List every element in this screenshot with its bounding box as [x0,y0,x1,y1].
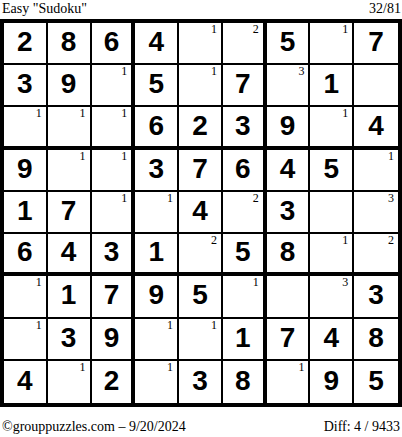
pencil-mark: 1 [36,319,42,332]
sudoku-cell[interactable]: 4 [354,107,398,149]
given-digit: 3 [104,238,120,266]
pencil-mark: 1 [36,276,42,289]
sudoku-cell[interactable]: 1 [4,107,48,149]
pencil-mark: 1 [342,23,348,36]
sudoku-cell[interactable]: 7 [48,192,92,234]
sudoku-cell[interactable]: 2 [223,192,267,234]
given-digit: 8 [61,28,77,56]
given-digit: 4 [192,197,208,225]
pencil-mark: 2 [253,192,259,205]
sudoku-cell[interactable]: 9 [48,65,92,107]
sudoku-cell[interactable]: 1 [92,107,136,149]
given-digit: 8 [235,367,251,395]
pencil-mark: 1 [80,361,86,374]
sudoku-cell[interactable]: 1 [92,65,136,107]
sudoku-cell[interactable]: 1 [310,107,354,149]
sudoku-cell[interactable]: 1 [135,319,179,361]
sudoku-cell[interactable]: 1 [48,361,92,403]
sudoku-cell[interactable]: 1 [179,319,223,361]
sudoku-cell[interactable]: 9 [92,319,136,361]
sudoku-cell[interactable]: 7 [223,65,267,107]
pencil-mark: 1 [121,192,127,205]
sudoku-cell[interactable]: 9 [135,276,179,318]
sudoku-cell[interactable]: 4 [48,234,92,276]
given-digit: 4 [368,112,384,140]
header: Easy "Sudoku" 32/81 [0,0,402,19]
given-digit: 3 [192,367,208,395]
given-digit: 4 [324,324,340,352]
sudoku-cell[interactable]: 1 [310,23,354,65]
sudoku-cell[interactable]: 1 [310,65,354,107]
sudoku-cell[interactable]: 3 [48,319,92,361]
given-digit: 9 [17,155,33,183]
sudoku-cell[interactable]: 4 [4,361,48,403]
sudoku-cell[interactable] [354,65,398,107]
sudoku-cell[interactable]: 1 [48,150,92,192]
sudoku-cell[interactable]: 4 [179,192,223,234]
given-digit: 9 [324,367,340,395]
given-digit: 6 [235,155,251,183]
given-digit: 2 [104,367,120,395]
sudoku-cell[interactable]: 5 [310,150,354,192]
sudoku-cell[interactable]: 1 [92,150,136,192]
footer: ©grouppuzzles.com – 9/20/2024 Diff: 4 / … [0,419,402,435]
sudoku-cell[interactable]: 3 [92,234,136,276]
sudoku-cell[interactable]: 1 [48,276,92,318]
pencil-mark: 3 [298,65,304,78]
given-digit: 4 [148,28,164,56]
page-title: Easy "Sudoku" [2,1,87,17]
given-digit: 1 [17,197,33,225]
sudoku-cell[interactable]: 3 [223,107,267,149]
pencil-mark: 1 [342,234,348,247]
sudoku-cell[interactable]: 2 [179,234,223,276]
sudoku-cell[interactable]: 6 [92,23,136,65]
given-digit: 6 [17,238,33,266]
pencil-mark: 1 [167,192,173,205]
sudoku-cell[interactable]: 5 [135,65,179,107]
sudoku-cell[interactable]: 6 [135,107,179,149]
given-digit: 1 [148,238,164,266]
pencil-mark: 1 [211,23,217,36]
sudoku-cell[interactable]: 8 [354,319,398,361]
given-digit: 3 [368,281,384,309]
given-digit: 8 [280,238,296,266]
sudoku-cell[interactable]: 9 [4,150,48,192]
sudoku-cell[interactable]: 3 [267,65,311,107]
sudoku-cell[interactable]: 1 [4,319,48,361]
sudoku-cell[interactable]: 4 [267,150,311,192]
sudoku-cell[interactable]: 4 [135,23,179,65]
given-digit: 7 [368,28,384,56]
sudoku-cell[interactable]: 3 [354,192,398,234]
pencil-mark: 1 [121,150,127,163]
pencil-mark: 1 [342,107,348,120]
sudoku-cell[interactable]: 2 [354,234,398,276]
given-digit: 1 [324,70,340,98]
given-digit: 7 [235,70,251,98]
given-digit: 7 [104,281,120,309]
given-digit: 3 [280,197,296,225]
given-digit: 6 [148,112,164,140]
pencil-mark: 1 [253,276,259,289]
given-digit: 7 [192,155,208,183]
sudoku-cell[interactable]: 3 [354,276,398,318]
given-digit: 9 [61,70,77,98]
pencil-mark: 3 [388,192,394,205]
sudoku-cell[interactable]: 1 [48,107,92,149]
sudoku-cell[interactable]: 8 [223,361,267,403]
given-digit: 3 [148,155,164,183]
sudoku-cell[interactable] [267,276,311,318]
sudoku-cell[interactable]: 9 [267,107,311,149]
given-digit: 5 [324,155,340,183]
sudoku-cell[interactable]: 3 [267,192,311,234]
given-digit: 7 [280,324,296,352]
sudoku-cell[interactable]: 8 [267,234,311,276]
sudoku-cell[interactable]: 3 [310,276,354,318]
pencil-mark: 1 [298,361,304,374]
given-digit: 3 [17,70,33,98]
given-digit: 9 [280,112,296,140]
given-digit: 5 [148,70,164,98]
given-digit: 4 [17,367,33,395]
given-digit: 9 [104,324,120,352]
sudoku-cell[interactable] [310,192,354,234]
sudoku-cell[interactable]: 5 [223,234,267,276]
pencil-mark: 1 [211,319,217,332]
sudoku-cell[interactable]: 7 [92,276,136,318]
given-digit: 7 [61,197,77,225]
given-digit: 5 [192,281,208,309]
sudoku-cell[interactable]: 2 [179,107,223,149]
sudoku-cell[interactable]: 6 [4,234,48,276]
given-digit: 4 [61,238,77,266]
sudoku-cell[interactable]: 6 [223,150,267,192]
sudoku-cell[interactable]: 7 [354,23,398,65]
given-digit: 5 [280,28,296,56]
sudoku-cell[interactable]: 1 [92,192,136,234]
given-digit: 5 [368,367,384,395]
pencil-mark: 1 [121,65,127,78]
pencil-mark: 1 [167,361,173,374]
sudoku-cell[interactable]: 9 [310,361,354,403]
given-digit: 4 [280,155,296,183]
pencil-mark: 2 [253,23,259,36]
sudoku-cell[interactable]: 1 [135,192,179,234]
sudoku-cell[interactable]: 7 [179,150,223,192]
sudoku-cell[interactable]: 1 [179,23,223,65]
pencil-mark: 1 [121,107,127,120]
sudoku-cell[interactable]: 5 [179,276,223,318]
sudoku-cell[interactable]: 2 [223,23,267,65]
given-digit: 3 [61,324,77,352]
sudoku-grid: 2864125173915173111162391491137645117114… [0,19,402,407]
puzzle-page: Easy "Sudoku" 32/81 28641251739151731111… [0,0,402,437]
sudoku-cell[interactable]: 8 [48,23,92,65]
given-digit: 2 [192,112,208,140]
sudoku-cell[interactable]: 1 [4,276,48,318]
pencil-mark: 1 [36,107,42,120]
sudoku-cell[interactable]: 1 [4,192,48,234]
sudoku-cell[interactable]: 1 [354,150,398,192]
sudoku-cell[interactable]: 4 [310,319,354,361]
sudoku-cell[interactable]: 7 [267,319,311,361]
sudoku-cell[interactable]: 5 [354,361,398,403]
given-digit: 3 [235,112,251,140]
sudoku-cell[interactable]: 2 [92,361,136,403]
pencil-mark: 3 [342,276,348,289]
sudoku-cell[interactable]: 1 [267,361,311,403]
sudoku-cell[interactable]: 3 [135,150,179,192]
copyright-text: ©grouppuzzles.com – 9/20/2024 [2,419,186,435]
sudoku-cell[interactable]: 1 [179,65,223,107]
empty-cell-counter: 32/81 [369,1,401,17]
sudoku-cell[interactable]: 1 [223,319,267,361]
pencil-mark: 2 [211,234,217,247]
sudoku-cell[interactable]: 1 [310,234,354,276]
pencil-mark: 1 [388,150,394,163]
given-digit: 2 [17,28,33,56]
pencil-mark: 1 [80,150,86,163]
sudoku-cell[interactable]: 1 [135,234,179,276]
pencil-mark: 1 [167,319,173,332]
given-digit: 5 [235,238,251,266]
given-digit: 9 [148,281,164,309]
given-digit: 1 [61,281,77,309]
sudoku-cell[interactable]: 5 [267,23,311,65]
sudoku-cell[interactable]: 3 [4,65,48,107]
pencil-mark: 2 [388,234,394,247]
difficulty-text: Diff: 4 / 9433 [324,419,400,435]
sudoku-cell[interactable]: 1 [223,276,267,318]
given-digit: 6 [104,28,120,56]
sudoku-cell[interactable]: 2 [4,23,48,65]
pencil-mark: 1 [80,107,86,120]
given-digit: 8 [368,324,384,352]
pencil-mark: 1 [211,65,217,78]
given-digit: 1 [235,324,251,352]
sudoku-cell[interactable]: 3 [179,361,223,403]
sudoku-cell[interactable]: 1 [135,361,179,403]
